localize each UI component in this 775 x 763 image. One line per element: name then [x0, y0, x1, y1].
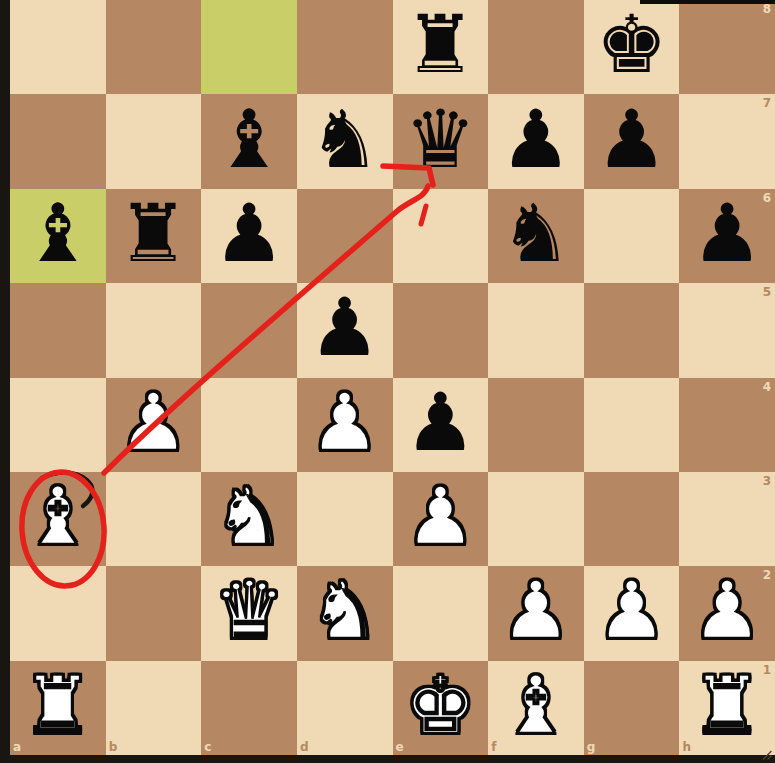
black-bishop[interactable]: ♝ — [22, 194, 94, 274]
white-pawn[interactable]: ♟ — [309, 383, 381, 463]
square-h6[interactable]: ♟6 — [679, 189, 775, 283]
page: ♜♚8♝♞♛♟♟7♝♜♟♞♟6♟5♟♟♟4♝♞♟3♛♞♟♟♟2♜abcd♚e♝f… — [0, 0, 775, 763]
square-h8[interactable]: 8 — [679, 0, 775, 94]
file-label-h: h — [682, 741, 691, 753]
square-e7[interactable]: ♛ — [393, 94, 489, 188]
square-b6[interactable]: ♜ — [106, 189, 202, 283]
square-e3[interactable]: ♟ — [393, 472, 489, 566]
square-b1[interactable]: b — [106, 661, 202, 755]
square-a1[interactable]: ♜a — [10, 661, 106, 755]
square-a4[interactable] — [10, 378, 106, 472]
white-rook[interactable]: ♜ — [691, 666, 763, 746]
square-a3[interactable]: ♝ — [10, 472, 106, 566]
square-a7[interactable] — [10, 94, 106, 188]
rank-label-2: 2 — [763, 569, 771, 581]
black-pawn[interactable]: ♟ — [691, 194, 763, 274]
rank-label-8: 8 — [763, 3, 771, 15]
black-pawn[interactable]: ♟ — [309, 288, 381, 368]
rank-label-4: 4 — [763, 381, 771, 393]
square-d3[interactable] — [297, 472, 393, 566]
black-pawn[interactable]: ♟ — [404, 383, 476, 463]
square-b2[interactable] — [106, 566, 202, 660]
screen-edge-artifact — [640, 0, 775, 4]
black-rook[interactable]: ♜ — [404, 5, 476, 85]
square-d2[interactable]: ♞ — [297, 566, 393, 660]
square-g4[interactable] — [584, 378, 680, 472]
black-knight[interactable]: ♞ — [309, 100, 381, 180]
square-e8[interactable]: ♜ — [393, 0, 489, 94]
rank-label-5: 5 — [763, 286, 771, 298]
square-a8[interactable] — [10, 0, 106, 94]
square-d4[interactable]: ♟ — [297, 378, 393, 472]
file-label-d: d — [300, 741, 309, 753]
square-b3[interactable] — [106, 472, 202, 566]
square-f6[interactable]: ♞ — [488, 189, 584, 283]
square-h2[interactable]: ♟2 — [679, 566, 775, 660]
white-pawn[interactable]: ♟ — [404, 477, 476, 557]
square-d1[interactable]: d — [297, 661, 393, 755]
file-label-f: f — [491, 741, 496, 753]
square-g3[interactable] — [584, 472, 680, 566]
white-pawn[interactable]: ♟ — [596, 571, 668, 651]
square-c2[interactable]: ♛ — [201, 566, 297, 660]
white-knight[interactable]: ♞ — [309, 571, 381, 651]
black-bishop[interactable]: ♝ — [213, 100, 285, 180]
square-f2[interactable]: ♟ — [488, 566, 584, 660]
black-pawn[interactable]: ♟ — [500, 100, 572, 180]
square-c5[interactable] — [201, 283, 297, 377]
square-e6[interactable] — [393, 189, 489, 283]
square-g2[interactable]: ♟ — [584, 566, 680, 660]
square-b5[interactable] — [106, 283, 202, 377]
square-d6[interactable] — [297, 189, 393, 283]
square-e2[interactable] — [393, 566, 489, 660]
square-c6[interactable]: ♟ — [201, 189, 297, 283]
square-d7[interactable]: ♞ — [297, 94, 393, 188]
black-rook[interactable]: ♜ — [118, 194, 190, 274]
white-knight[interactable]: ♞ — [213, 477, 285, 557]
square-d5[interactable]: ♟ — [297, 283, 393, 377]
file-label-e: e — [396, 741, 404, 753]
black-king[interactable]: ♚ — [596, 5, 668, 85]
file-label-b: b — [109, 741, 118, 753]
square-c4[interactable] — [201, 378, 297, 472]
square-h4[interactable]: 4 — [679, 378, 775, 472]
file-label-c: c — [204, 741, 211, 753]
square-c8[interactable] — [201, 0, 297, 94]
white-bishop[interactable]: ♝ — [22, 477, 94, 557]
square-e4[interactable]: ♟ — [393, 378, 489, 472]
white-pawn[interactable]: ♟ — [691, 571, 763, 651]
square-c3[interactable]: ♞ — [201, 472, 297, 566]
square-a5[interactable] — [10, 283, 106, 377]
square-h5[interactable]: 5 — [679, 283, 775, 377]
square-g7[interactable]: ♟ — [584, 94, 680, 188]
square-a6[interactable]: ♝ — [10, 189, 106, 283]
rank-label-6: 6 — [763, 192, 771, 204]
white-bishop[interactable]: ♝ — [500, 666, 572, 746]
square-c7[interactable]: ♝ — [201, 94, 297, 188]
square-f5[interactable] — [488, 283, 584, 377]
square-h7[interactable]: 7 — [679, 94, 775, 188]
rank-label-3: 3 — [763, 475, 771, 487]
chess-board: ♜♚8♝♞♛♟♟7♝♜♟♞♟6♟5♟♟♟4♝♞♟3♛♞♟♟♟2♜abcd♚e♝f… — [10, 0, 775, 755]
square-b7[interactable] — [106, 94, 202, 188]
rank-label-7: 7 — [763, 97, 771, 109]
black-pawn[interactable]: ♟ — [596, 100, 668, 180]
white-rook[interactable]: ♜ — [22, 666, 94, 746]
white-king[interactable]: ♚ — [404, 666, 476, 746]
square-e5[interactable] — [393, 283, 489, 377]
square-f3[interactable] — [488, 472, 584, 566]
square-g5[interactable] — [584, 283, 680, 377]
square-a2[interactable] — [10, 566, 106, 660]
square-f7[interactable]: ♟ — [488, 94, 584, 188]
square-h3[interactable]: 3 — [679, 472, 775, 566]
square-g8[interactable]: ♚ — [584, 0, 680, 94]
rank-label-1: 1 — [763, 664, 771, 676]
white-pawn[interactable]: ♟ — [500, 571, 572, 651]
square-c1[interactable]: c — [201, 661, 297, 755]
white-pawn[interactable]: ♟ — [118, 383, 190, 463]
square-f8[interactable] — [488, 0, 584, 94]
board-resize-handle[interactable] — [760, 748, 773, 761]
square-g1[interactable]: g — [584, 661, 680, 755]
square-b8[interactable] — [106, 0, 202, 94]
file-label-g: g — [587, 741, 596, 753]
white-queen[interactable]: ♛ — [213, 571, 285, 651]
file-label-a: a — [13, 741, 21, 753]
black-knight[interactable]: ♞ — [500, 194, 572, 274]
square-h1[interactable]: ♜1h — [679, 661, 775, 755]
black-queen[interactable]: ♛ — [404, 100, 476, 180]
square-e1[interactable]: ♚e — [393, 661, 489, 755]
black-pawn[interactable]: ♟ — [213, 194, 285, 274]
square-f1[interactable]: ♝f — [488, 661, 584, 755]
square-g6[interactable] — [584, 189, 680, 283]
square-f4[interactable] — [488, 378, 584, 472]
square-b4[interactable]: ♟ — [106, 378, 202, 472]
square-d8[interactable] — [297, 0, 393, 94]
